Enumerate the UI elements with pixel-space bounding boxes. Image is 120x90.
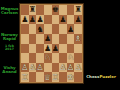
square-h5: ♗ bbox=[74, 34, 82, 44]
square-g1: ♔ bbox=[67, 72, 75, 82]
square-f5 bbox=[59, 34, 67, 44]
square-b8: ♜ bbox=[29, 5, 37, 15]
square-e6 bbox=[52, 24, 60, 34]
square-h2: ♙ bbox=[74, 63, 82, 73]
square-e8: ♚ bbox=[52, 5, 60, 15]
square-b4 bbox=[29, 44, 37, 54]
square-a7: ♟ bbox=[21, 15, 29, 25]
square-h6 bbox=[74, 24, 82, 34]
square-d8 bbox=[44, 5, 52, 15]
square-h8: ♜ bbox=[74, 5, 82, 15]
square-c4 bbox=[36, 44, 44, 54]
piece-wq-d1: ♕ bbox=[44, 73, 51, 82]
square-d1: ♕ bbox=[44, 72, 52, 82]
square-a6 bbox=[21, 24, 29, 34]
square-g3: ♘ bbox=[67, 53, 75, 63]
piece-br-b8: ♜ bbox=[29, 5, 36, 14]
piece-wp-g2: ♙ bbox=[67, 63, 74, 72]
square-a3 bbox=[21, 53, 29, 63]
square-c6: ♞ bbox=[36, 24, 44, 34]
piece-bp-c7: ♟ bbox=[36, 15, 43, 24]
square-f8 bbox=[59, 5, 67, 15]
square-e4: ♟ bbox=[52, 44, 60, 54]
piece-bp-a7: ♟ bbox=[21, 15, 28, 24]
square-c1 bbox=[36, 72, 44, 82]
square-h1 bbox=[74, 72, 82, 82]
watermark-text-right: Puzzler bbox=[99, 74, 115, 79]
square-b3 bbox=[29, 53, 37, 63]
piece-wb-h5: ♗ bbox=[75, 34, 82, 43]
player-label-black: Vishy Anand bbox=[0, 65, 19, 83]
square-a8 bbox=[21, 5, 29, 15]
square-c7: ♟ bbox=[36, 15, 44, 25]
piece-bk-e8: ♚ bbox=[52, 5, 59, 14]
square-b6 bbox=[29, 24, 37, 34]
square-a4 bbox=[21, 44, 29, 54]
square-f6 bbox=[59, 24, 67, 34]
square-c3 bbox=[36, 53, 44, 63]
square-g2: ♙ bbox=[67, 63, 75, 73]
piece-wp-h2: ♙ bbox=[75, 63, 82, 72]
date-label: 1 feb 2017 bbox=[0, 44, 19, 60]
square-d4: ♟ bbox=[44, 44, 52, 54]
square-a5 bbox=[21, 34, 29, 44]
square-c5 bbox=[36, 34, 44, 44]
player-white-name: Magnus Carlsen bbox=[0, 6, 19, 15]
piece-bp-d5: ♟ bbox=[44, 34, 51, 43]
piece-wn-g3: ♘ bbox=[67, 53, 74, 62]
square-a1: ♖ bbox=[21, 72, 29, 82]
square-e3 bbox=[52, 53, 60, 63]
piece-wp-f2: ♙ bbox=[59, 63, 66, 72]
square-b1 bbox=[29, 72, 37, 82]
piece-wr-e1: ♖ bbox=[52, 73, 59, 82]
square-e7 bbox=[52, 15, 60, 25]
square-d7 bbox=[44, 15, 52, 25]
square-g5 bbox=[67, 34, 75, 44]
square-d5: ♟ bbox=[44, 34, 52, 44]
piece-wn-d3: ♘ bbox=[44, 53, 51, 62]
piece-bp-b7: ♟ bbox=[29, 15, 36, 24]
square-f1 bbox=[59, 72, 67, 82]
square-c8 bbox=[36, 5, 44, 15]
video-thumbnail: Magnus Carlsen Norway Rapid 1 feb 2017 V… bbox=[0, 0, 120, 90]
piece-br-h8: ♜ bbox=[75, 5, 82, 14]
square-e2 bbox=[52, 63, 60, 73]
square-d2 bbox=[44, 63, 52, 73]
square-g8 bbox=[67, 5, 75, 15]
piece-bn-c6: ♞ bbox=[36, 25, 43, 34]
square-h7: ♟ bbox=[74, 15, 82, 25]
square-e1: ♖ bbox=[52, 72, 60, 82]
square-g7 bbox=[67, 15, 75, 25]
square-b7: ♟ bbox=[29, 15, 37, 25]
square-g6: ♟ bbox=[67, 24, 75, 34]
square-f3 bbox=[59, 53, 67, 63]
square-f4 bbox=[59, 44, 67, 54]
square-g4 bbox=[67, 44, 75, 54]
piece-wp-c2: ♙ bbox=[36, 63, 43, 72]
square-b5 bbox=[29, 34, 37, 44]
square-d3: ♘ bbox=[44, 53, 52, 63]
square-f7: ♟ bbox=[59, 15, 67, 25]
square-b2: ♙ bbox=[29, 63, 37, 73]
piece-wr-a1: ♖ bbox=[21, 73, 28, 82]
square-h3 bbox=[74, 53, 82, 63]
square-d6 bbox=[44, 24, 52, 34]
square-e5 bbox=[52, 34, 60, 44]
square-a2: ♙ bbox=[21, 63, 29, 73]
square-h4 bbox=[74, 44, 82, 54]
piece-bp-f7: ♟ bbox=[59, 15, 66, 24]
watermark-text-left: Chess bbox=[86, 74, 99, 79]
piece-bp-e4: ♟ bbox=[52, 44, 59, 53]
piece-wp-b2: ♙ bbox=[29, 63, 36, 72]
piece-bp-d4: ♟ bbox=[44, 44, 51, 53]
piece-wk-g1: ♔ bbox=[67, 73, 74, 82]
piece-bp-h7: ♟ bbox=[75, 15, 82, 24]
square-f2: ♙ bbox=[59, 63, 67, 73]
chess-board: ♜♚♜♟♟♟♟♟♞♟♟♗♟♟♘♘♙♙♙♙♙♙♖♕♖♔ bbox=[21, 5, 82, 82]
player-label-white: Magnus Carlsen bbox=[0, 6, 19, 24]
player-black-name: Vishy Anand bbox=[0, 65, 19, 74]
square-c2: ♙ bbox=[36, 63, 44, 73]
piece-wp-a2: ♙ bbox=[21, 63, 28, 72]
channel-watermark: ChessPuzzler bbox=[83, 74, 119, 83]
piece-bp-g6: ♟ bbox=[67, 25, 74, 34]
event-name: Norway Rapid bbox=[0, 32, 19, 41]
event-date: 1 feb 2017 bbox=[0, 44, 19, 51]
